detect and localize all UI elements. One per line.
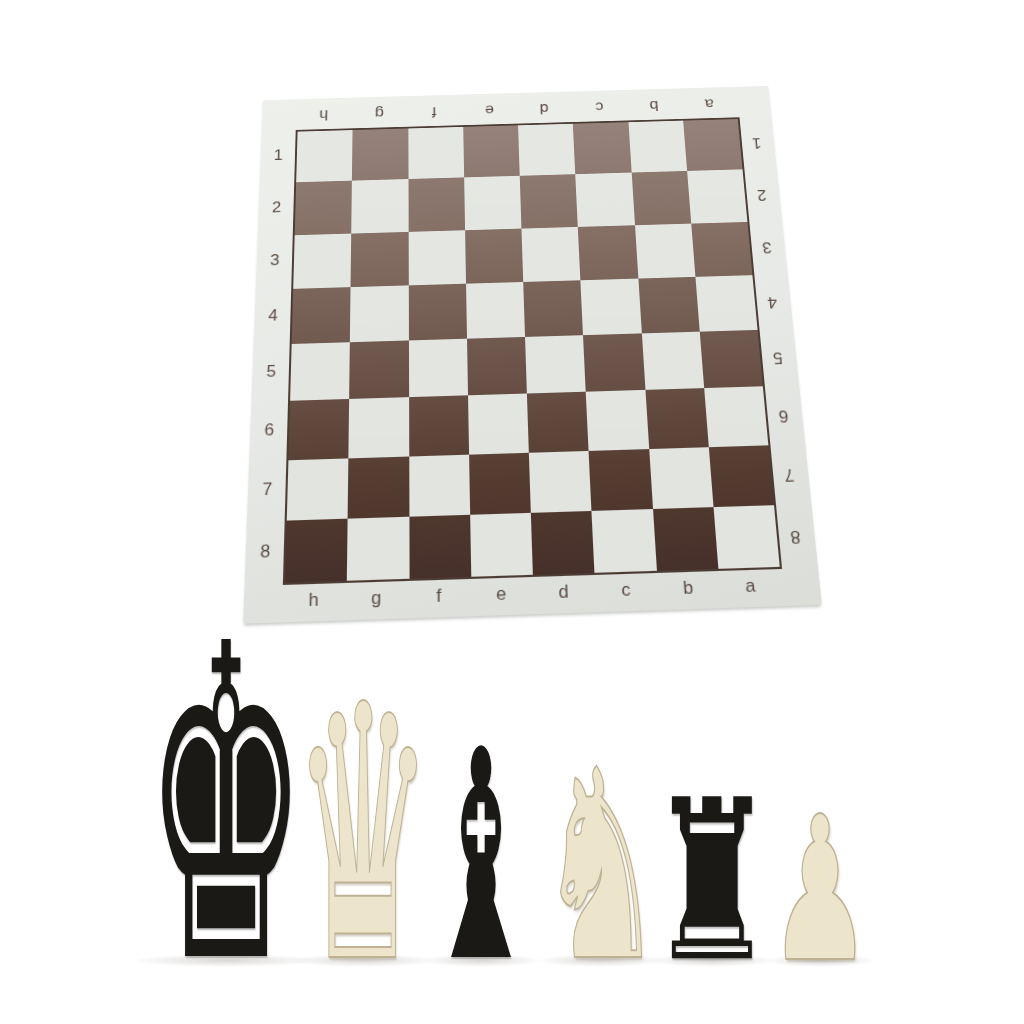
square-c8	[592, 509, 657, 573]
rank-label: 5	[255, 343, 286, 401]
rank-label: 7	[771, 443, 807, 504]
square-d8	[531, 511, 595, 575]
square-b6	[645, 388, 709, 448]
square-c3	[578, 225, 638, 280]
square-d1	[518, 124, 575, 176]
square-f7	[409, 454, 470, 516]
rank-label: 5	[760, 328, 795, 386]
rank-label: 2	[745, 167, 778, 220]
file-label: d	[532, 575, 596, 610]
file-label: b	[626, 93, 683, 119]
square-b2	[631, 171, 691, 225]
rank-label: 8	[777, 504, 814, 567]
square-g3	[351, 231, 409, 286]
square-b7	[649, 447, 714, 509]
square-a5	[699, 330, 762, 388]
file-label: a	[680, 91, 737, 117]
rank-label: 3	[260, 234, 290, 289]
white-queen-piece: ♛	[292, 709, 434, 962]
square-h7	[287, 458, 349, 520]
black-rook-piece: ♜	[648, 802, 775, 962]
square-h1	[296, 130, 353, 182]
square-f3	[408, 230, 466, 285]
square-b3	[635, 223, 696, 278]
square-b8	[652, 507, 718, 571]
square-c5	[583, 333, 645, 392]
square-h3	[293, 233, 351, 288]
black-king-piece: ♚	[144, 650, 307, 962]
square-f1	[408, 127, 464, 179]
rank-label: 4	[755, 273, 789, 329]
square-a2	[687, 170, 747, 224]
square-e1	[463, 125, 520, 177]
file-label: h	[296, 102, 352, 128]
rank-label: 1	[264, 130, 293, 182]
square-d6	[527, 392, 589, 452]
square-e4	[466, 282, 525, 339]
square-g1	[352, 128, 408, 180]
square-a1	[683, 119, 743, 171]
square-h2	[295, 181, 352, 235]
square-d3	[521, 226, 580, 281]
square-c2	[575, 173, 634, 227]
rank-label: 6	[253, 400, 285, 460]
rank-label: 1	[740, 116, 772, 167]
square-f5	[408, 339, 467, 398]
file-label: d	[516, 96, 572, 122]
white-knight-piece: ♞	[538, 773, 665, 962]
file-label: c	[571, 94, 627, 120]
square-c1	[573, 122, 631, 174]
file-label: f	[406, 99, 461, 125]
square-h5	[290, 342, 350, 401]
square-h6	[288, 399, 349, 460]
rank-label: 4	[258, 288, 289, 344]
chessboard-mat: hgfedcba hgfedcba 12345678 12345678	[243, 86, 822, 624]
square-a4	[695, 275, 757, 332]
square-f6	[409, 396, 469, 456]
square-c7	[589, 449, 653, 511]
rank-label: 7	[251, 459, 283, 521]
square-e7	[469, 452, 531, 514]
square-a7	[709, 445, 774, 507]
square-a3	[691, 221, 752, 276]
square-g5	[349, 340, 408, 399]
square-d2	[520, 174, 578, 228]
square-c4	[581, 278, 642, 335]
white-pawn-piece: ♟	[768, 818, 872, 962]
black-bishop-piece: ♝	[424, 753, 538, 962]
file-label: e	[461, 97, 517, 123]
chessboard-grid	[283, 117, 782, 585]
square-g2	[351, 179, 408, 233]
rank-label: 6	[766, 385, 801, 444]
square-h4	[292, 287, 351, 344]
vinyl-mat: hgfedcba hgfedcba 12345678 12345678	[243, 86, 822, 624]
file-label: e	[470, 577, 533, 612]
square-e2	[464, 176, 522, 230]
square-g7	[348, 456, 409, 518]
file-label: b	[656, 571, 721, 606]
file-label: f	[407, 579, 470, 614]
file-label: c	[594, 573, 658, 608]
square-e5	[467, 337, 527, 396]
square-f8	[409, 515, 471, 579]
square-a6	[704, 387, 768, 447]
square-g8	[347, 516, 409, 580]
square-d5	[525, 335, 586, 394]
square-a8	[713, 505, 780, 569]
square-e3	[465, 228, 523, 283]
square-e8	[470, 513, 533, 577]
square-e6	[468, 394, 529, 454]
square-g6	[349, 397, 409, 458]
square-d7	[529, 450, 592, 512]
square-d4	[523, 280, 583, 337]
rank-label: 3	[750, 219, 784, 273]
square-f2	[408, 178, 465, 232]
square-f4	[408, 283, 466, 340]
square-c6	[586, 390, 649, 450]
file-label: g	[351, 100, 406, 126]
file-label: a	[718, 569, 783, 604]
file-label: g	[345, 581, 408, 616]
square-b4	[638, 277, 700, 334]
square-b5	[641, 332, 704, 390]
square-b1	[628, 121, 687, 173]
rank-label: 2	[262, 181, 292, 234]
square-g4	[350, 285, 408, 342]
